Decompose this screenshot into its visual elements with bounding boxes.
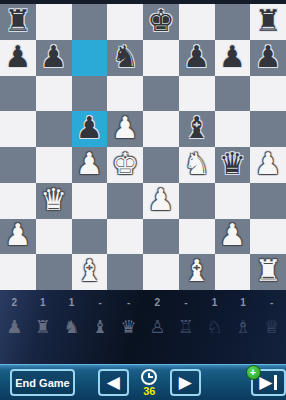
move-number: 36 xyxy=(143,386,155,397)
square-c4[interactable]: ♟ xyxy=(72,147,108,183)
captured-bishop-count: - xyxy=(98,298,101,308)
captured-knight-column: 1♘ xyxy=(200,298,229,364)
piece-bP-h7: ♟ xyxy=(255,42,282,72)
square-d8[interactable] xyxy=(107,4,143,40)
piece-bR-h8: ♜ xyxy=(255,6,282,36)
bottom-toolbar: End Game ◀ 36 ▶ ▶ + xyxy=(0,364,286,400)
square-c3[interactable] xyxy=(72,183,108,219)
square-g4[interactable]: ♛ xyxy=(215,147,251,183)
square-a8[interactable]: ♜ xyxy=(0,4,36,40)
piece-bR-a8: ♜ xyxy=(4,6,31,36)
captured-bishop-column: 1♗ xyxy=(229,298,258,364)
pawn-icon: ♟ xyxy=(6,318,22,336)
piece-wB-c1: ♝ xyxy=(76,256,103,286)
knight-icon: ♞ xyxy=(63,318,79,336)
square-h1[interactable]: ♜ xyxy=(250,254,286,290)
square-e1[interactable] xyxy=(143,254,179,290)
piece-wP-c4: ♟ xyxy=(76,149,103,179)
square-a6[interactable] xyxy=(0,76,36,112)
square-a3[interactable] xyxy=(0,183,36,219)
piece-wK-d4: ♚ xyxy=(112,149,139,179)
skip-to-end-button[interactable]: ▶ + xyxy=(251,369,286,396)
piece-wP-a2: ♟ xyxy=(4,220,31,250)
back-arrow-icon: ◀ xyxy=(107,372,120,393)
chess-board: ♜♚♜♟♟♞♟♟♟♟♟♝♟♚♞♛♟♛♟♟♟♝♝♜ xyxy=(0,4,286,290)
bishop-icon: ♝ xyxy=(92,318,108,336)
skip-bar-icon xyxy=(274,375,277,390)
square-b3[interactable]: ♛ xyxy=(36,183,72,219)
square-b4[interactable] xyxy=(36,147,72,183)
captured-bishop-column: -♝ xyxy=(86,298,115,364)
square-e6[interactable] xyxy=(143,76,179,112)
square-e8[interactable]: ♚ xyxy=(143,4,179,40)
square-g6[interactable] xyxy=(215,76,251,112)
piece-bK-e8: ♚ xyxy=(147,6,174,36)
square-c8[interactable] xyxy=(72,4,108,40)
chess-app: ♜♚♜♟♟♞♟♟♟♟♟♝♟♚♞♛♟♛♟♟♟♝♝♜ 2♟1♜1♞-♝-♛ 2♙-♖… xyxy=(0,0,286,400)
square-e2[interactable] xyxy=(143,219,179,255)
square-h6[interactable] xyxy=(250,76,286,112)
piece-bP-b7: ♟ xyxy=(40,42,67,72)
square-d7[interactable]: ♞ xyxy=(107,40,143,76)
end-game-button[interactable]: End Game xyxy=(10,369,75,396)
piece-wP-d5: ♟ xyxy=(112,113,139,143)
captured-tray-white-losses: 2♟1♜1♞-♝-♛ xyxy=(0,290,143,364)
square-b1[interactable] xyxy=(36,254,72,290)
square-h7[interactable]: ♟ xyxy=(250,40,286,76)
piece-bP-a7: ♟ xyxy=(4,42,31,72)
captured-pawn-count: 2 xyxy=(155,298,161,308)
piece-bN-d7: ♞ xyxy=(112,42,139,72)
captured-rook-count: - xyxy=(184,298,187,308)
forward-move-button[interactable]: ▶ xyxy=(170,369,201,396)
captured-piece-trays: 2♟1♜1♞-♝-♛ 2♙-♖1♘1♗-♕ xyxy=(0,290,286,364)
piece-wR-h1: ♜ xyxy=(255,256,282,286)
piece-bB-f5: ♝ xyxy=(183,113,210,143)
piece-wB-f1: ♝ xyxy=(183,256,210,286)
square-c5[interactable]: ♟ xyxy=(72,111,108,147)
square-b7[interactable]: ♟ xyxy=(36,40,72,76)
square-c7[interactable] xyxy=(72,40,108,76)
captured-knight-count: 1 xyxy=(69,298,75,308)
square-d5[interactable]: ♟ xyxy=(107,111,143,147)
piece-bP-c5: ♟ xyxy=(76,113,103,143)
pawn-icon: ♙ xyxy=(149,318,165,336)
captured-queen-count: - xyxy=(127,298,130,308)
square-f4[interactable]: ♞ xyxy=(179,147,215,183)
square-h2[interactable] xyxy=(250,219,286,255)
captured-tray-black-losses: 2♙-♖1♘1♗-♕ xyxy=(143,290,286,364)
skip-forward-icon: ▶ xyxy=(259,374,272,392)
square-a2[interactable]: ♟ xyxy=(0,219,36,255)
square-a5[interactable] xyxy=(0,111,36,147)
piece-wP-e3: ♟ xyxy=(147,185,174,215)
square-e5[interactable] xyxy=(143,111,179,147)
square-h3[interactable] xyxy=(250,183,286,219)
square-c6[interactable] xyxy=(72,76,108,112)
square-g2[interactable]: ♟ xyxy=(215,219,251,255)
captured-pawn-column: 2♟ xyxy=(0,298,29,364)
square-e3[interactable]: ♟ xyxy=(143,183,179,219)
captured-queen-column: -♕ xyxy=(257,298,286,364)
piece-bP-g7: ♟ xyxy=(219,42,246,72)
square-h8[interactable]: ♜ xyxy=(250,4,286,40)
rook-icon: ♜ xyxy=(35,318,51,336)
square-d1[interactable] xyxy=(107,254,143,290)
square-b5[interactable] xyxy=(36,111,72,147)
queen-icon: ♕ xyxy=(264,318,280,336)
captured-rook-count: 1 xyxy=(40,298,46,308)
captured-queen-column: -♛ xyxy=(114,298,143,364)
square-d4[interactable]: ♚ xyxy=(107,147,143,183)
square-d6[interactable] xyxy=(107,76,143,112)
captured-bishop-count: 1 xyxy=(240,298,246,308)
captured-knight-count: 1 xyxy=(212,298,218,308)
square-a4[interactable] xyxy=(0,147,36,183)
square-f6[interactable] xyxy=(179,76,215,112)
square-e4[interactable] xyxy=(143,147,179,183)
captured-rook-column: 1♜ xyxy=(29,298,58,364)
square-d3[interactable] xyxy=(107,183,143,219)
square-f2[interactable] xyxy=(179,219,215,255)
knight-icon: ♘ xyxy=(206,318,222,336)
piece-wP-h4: ♟ xyxy=(255,149,282,179)
piece-wP-g2: ♟ xyxy=(219,220,246,250)
square-b8[interactable] xyxy=(36,4,72,40)
square-g3[interactable] xyxy=(215,183,251,219)
captured-pawn-column: 2♙ xyxy=(143,298,172,364)
captured-pawn-count: 2 xyxy=(12,298,18,308)
piece-wQ-b3: ♛ xyxy=(40,185,67,215)
square-h5[interactable] xyxy=(250,111,286,147)
captured-knight-column: 1♞ xyxy=(57,298,86,364)
square-f7[interactable]: ♟ xyxy=(179,40,215,76)
rook-icon: ♖ xyxy=(178,318,194,336)
captured-rook-column: -♖ xyxy=(172,298,201,364)
square-a7[interactable]: ♟ xyxy=(0,40,36,76)
square-h4[interactable]: ♟ xyxy=(250,147,286,183)
square-d2[interactable] xyxy=(107,219,143,255)
square-b6[interactable] xyxy=(36,76,72,112)
square-f1[interactable]: ♝ xyxy=(179,254,215,290)
square-f3[interactable] xyxy=(179,183,215,219)
bishop-icon: ♗ xyxy=(235,318,251,336)
square-c1[interactable]: ♝ xyxy=(72,254,108,290)
forward-arrow-icon: ▶ xyxy=(179,372,192,393)
square-a1[interactable] xyxy=(0,254,36,290)
square-g1[interactable] xyxy=(215,254,251,290)
square-f5[interactable]: ♝ xyxy=(179,111,215,147)
move-clock: 36 xyxy=(134,369,165,397)
piece-bP-f7: ♟ xyxy=(183,42,210,72)
clock-icon xyxy=(141,369,157,385)
square-c2[interactable] xyxy=(72,219,108,255)
piece-bQ-g4: ♛ xyxy=(219,149,246,179)
square-g7[interactable]: ♟ xyxy=(215,40,251,76)
back-move-button[interactable]: ◀ xyxy=(98,369,129,396)
square-f8[interactable] xyxy=(179,4,215,40)
captured-queen-count: - xyxy=(270,298,273,308)
plus-badge-icon: + xyxy=(246,365,261,380)
square-e7[interactable] xyxy=(143,40,179,76)
square-g8[interactable] xyxy=(215,4,251,40)
square-b2[interactable] xyxy=(36,219,72,255)
square-g5[interactable] xyxy=(215,111,251,147)
queen-icon: ♛ xyxy=(121,318,137,336)
piece-wN-f4: ♞ xyxy=(183,149,210,179)
